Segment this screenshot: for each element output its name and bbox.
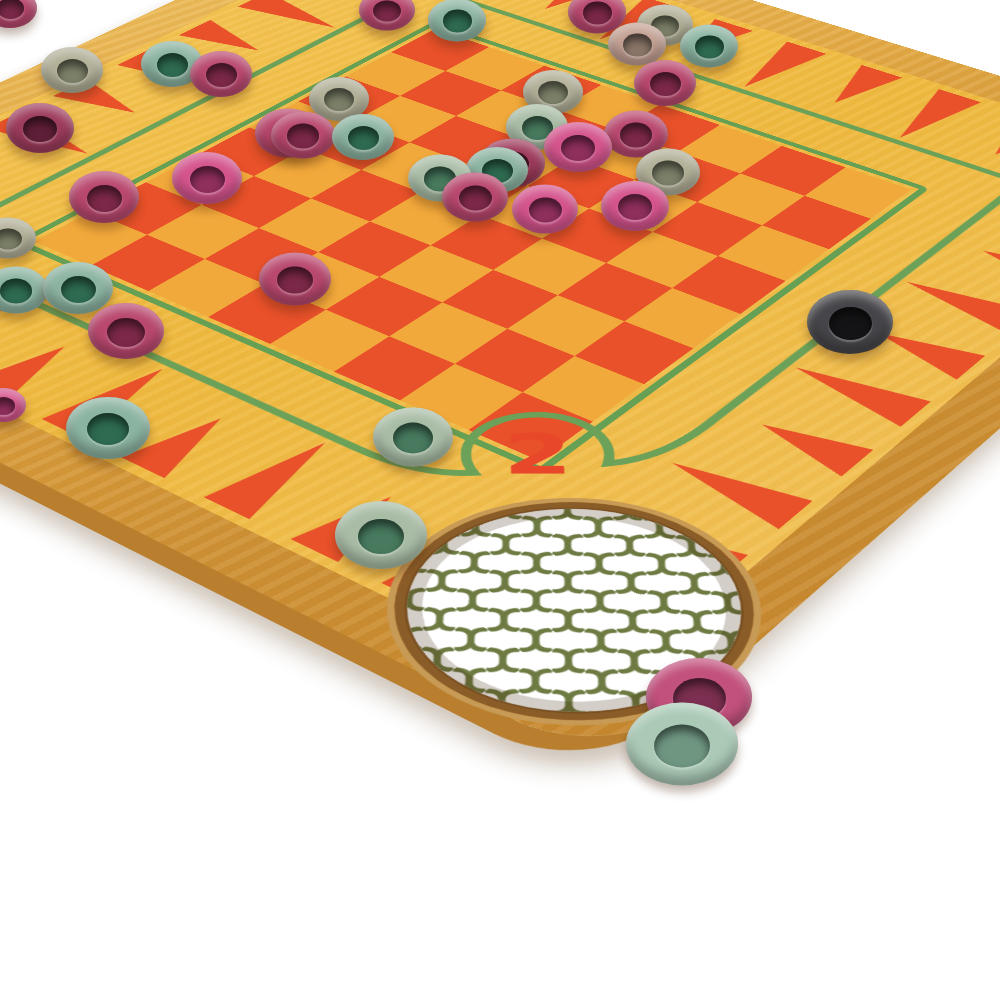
ring-hole [373,0,401,21]
ring-hole [652,161,684,185]
ring-piece-teal[interactable] [680,25,738,68]
ring-hole [348,126,379,150]
ring-piece-pocketgreen[interactable] [626,703,738,786]
ring-piece-magenta[interactable] [0,0,37,28]
ring-hole [695,36,724,58]
ring-hole [87,413,129,445]
ring-hole [206,63,237,87]
ring-piece-magenta[interactable] [69,171,139,223]
ring-piece-magenta[interactable] [88,303,164,359]
ring-hole [287,124,319,148]
ring-hole [157,53,188,77]
ring-hole [324,88,354,111]
ring-hole [23,116,57,142]
ring-hole [529,197,562,222]
ring-hole [0,0,24,19]
ring-hole [443,10,472,32]
ring-hole [561,135,595,161]
ring-piece-teal[interactable] [332,114,394,160]
ring-piece-sage[interactable] [0,218,36,259]
ring-hole [829,307,872,340]
ring-hole [61,276,96,303]
ring-hole [358,519,404,554]
ring-hole [107,318,145,347]
ring-hole [618,194,652,220]
ring-hole [190,166,225,193]
ring-piece-pink[interactable] [544,122,612,172]
ring-piece-magenta[interactable] [271,112,335,159]
ring-hole [0,279,32,303]
ring-hole [459,185,492,210]
ring-piece-magenta[interactable] [634,60,696,106]
ring-piece-tan[interactable] [608,23,666,66]
ring-piece-magenta[interactable] [190,51,252,97]
ring-piece-darkmagenta[interactable] [6,103,74,153]
board-photo-scene: 2 [0,0,1000,1000]
pieces-layer [0,0,1000,1000]
ring-piece-sagegreen[interactable] [335,501,427,569]
ring-hole [277,266,313,294]
ring-piece-sage[interactable] [41,47,103,93]
ring-piece-black[interactable] [807,290,893,354]
ring-piece-pink[interactable] [0,388,26,422]
ring-hole [57,59,88,83]
ring-hole [0,397,15,415]
ring-hole [620,123,652,147]
ring-piece-teal[interactable] [428,0,486,42]
ring-piece-teal[interactable] [66,397,150,459]
ring-piece-pink[interactable] [512,185,578,234]
ring-hole [393,423,433,454]
ring-hole [654,724,710,767]
ring-piece-teal[interactable] [43,262,113,314]
ring-hole [87,185,122,212]
ring-hole [650,72,681,96]
ring-piece-teal[interactable] [0,267,48,314]
ring-hole [538,81,568,104]
ring-hole [0,228,22,249]
ring-hole [623,34,652,56]
ring-piece-magenta[interactable] [442,173,508,222]
ring-piece-magenta[interactable] [259,253,331,306]
ring-piece-pink[interactable] [601,181,669,231]
ring-piece-sagegreen[interactable] [373,408,453,467]
ring-piece-magenta[interactable] [359,0,415,31]
ring-piece-pink[interactable] [172,152,242,204]
ring-hole [583,2,612,24]
